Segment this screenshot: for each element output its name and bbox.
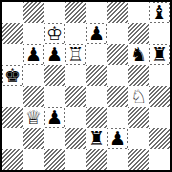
square-d2[interactable] [65,128,86,149]
square-h5[interactable] [149,65,170,86]
square-h7[interactable] [149,23,170,44]
square-c3[interactable]: ♟ [44,107,65,128]
black-bishop[interactable]: ♝ [150,3,169,22]
black-king[interactable]: ♚ [3,66,22,85]
square-h2[interactable] [149,128,170,149]
square-a2[interactable] [2,128,23,149]
square-f2[interactable]: ♟ [107,128,128,149]
square-d1[interactable] [65,149,86,170]
white-knight[interactable]: ♘ [129,87,148,106]
square-f6[interactable] [107,44,128,65]
black-pawn[interactable]: ♟ [45,108,64,127]
square-b4[interactable] [23,86,44,107]
square-g8[interactable] [128,2,149,23]
square-g2[interactable] [128,128,149,149]
white-rook[interactable]: ♖ [66,45,85,64]
square-a5[interactable]: ♚ [2,65,23,86]
square-b6[interactable]: ♟ [23,44,44,65]
square-a8[interactable] [2,2,23,23]
chess-board: ♝♔♟♟♟♖♞♜♚♘♕♟♜♟ [0,0,172,172]
square-g4[interactable]: ♘ [128,86,149,107]
square-d3[interactable] [65,107,86,128]
black-pawn[interactable]: ♟ [45,45,64,64]
square-c2[interactable] [44,128,65,149]
square-d5[interactable] [65,65,86,86]
square-a7[interactable] [2,23,23,44]
square-c7[interactable]: ♔ [44,23,65,44]
black-knight[interactable]: ♞ [129,45,148,64]
square-h4[interactable] [149,86,170,107]
square-c5[interactable] [44,65,65,86]
square-g1[interactable] [128,149,149,170]
square-e7[interactable]: ♟ [86,23,107,44]
square-f3[interactable] [107,107,128,128]
square-e6[interactable] [86,44,107,65]
square-h1[interactable] [149,149,170,170]
square-e5[interactable] [86,65,107,86]
square-g6[interactable]: ♞ [128,44,149,65]
white-king[interactable]: ♔ [45,24,64,43]
square-e3[interactable] [86,107,107,128]
square-c8[interactable] [44,2,65,23]
black-pawn[interactable]: ♟ [87,24,106,43]
square-c1[interactable] [44,149,65,170]
square-c6[interactable]: ♟ [44,44,65,65]
square-f8[interactable] [107,2,128,23]
square-e4[interactable] [86,86,107,107]
square-f1[interactable] [107,149,128,170]
square-f7[interactable] [107,23,128,44]
square-h3[interactable] [149,107,170,128]
square-e1[interactable] [86,149,107,170]
square-d4[interactable] [65,86,86,107]
black-rook[interactable]: ♜ [150,45,169,64]
square-g3[interactable] [128,107,149,128]
square-b1[interactable] [23,149,44,170]
square-d8[interactable] [65,2,86,23]
square-g7[interactable] [128,23,149,44]
square-h6[interactable]: ♜ [149,44,170,65]
square-f4[interactable] [107,86,128,107]
white-queen[interactable]: ♕ [24,108,43,127]
square-b5[interactable] [23,65,44,86]
square-b2[interactable] [23,128,44,149]
square-d7[interactable] [65,23,86,44]
square-b8[interactable] [23,2,44,23]
square-a4[interactable] [2,86,23,107]
square-b3[interactable]: ♕ [23,107,44,128]
square-e2[interactable]: ♜ [86,128,107,149]
black-rook[interactable]: ♜ [87,129,106,148]
square-h8[interactable]: ♝ [149,2,170,23]
square-f5[interactable] [107,65,128,86]
square-c4[interactable] [44,86,65,107]
square-a3[interactable] [2,107,23,128]
square-d6[interactable]: ♖ [65,44,86,65]
square-e8[interactable] [86,2,107,23]
black-pawn[interactable]: ♟ [24,45,43,64]
black-pawn[interactable]: ♟ [108,129,127,148]
square-b7[interactable] [23,23,44,44]
square-a6[interactable] [2,44,23,65]
square-a1[interactable] [2,149,23,170]
square-g5[interactable] [128,65,149,86]
